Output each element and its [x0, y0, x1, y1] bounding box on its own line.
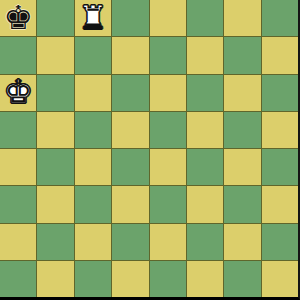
black-king[interactable]: ♚: [3, 1, 33, 34]
square-b7[interactable]: [37, 37, 73, 73]
square-a8[interactable]: ♚: [0, 0, 36, 36]
square-h5[interactable]: [262, 112, 298, 148]
square-f3[interactable]: [187, 186, 223, 222]
square-f8[interactable]: [187, 0, 223, 36]
square-a7[interactable]: [0, 37, 36, 73]
square-d7[interactable]: [112, 37, 148, 73]
square-e1[interactable]: [150, 261, 186, 297]
square-b3[interactable]: [37, 186, 73, 222]
square-d3[interactable]: [112, 186, 148, 222]
square-h7[interactable]: [262, 37, 298, 73]
square-c2[interactable]: [75, 224, 111, 260]
square-e2[interactable]: [150, 224, 186, 260]
square-e4[interactable]: [150, 149, 186, 185]
square-b8[interactable]: [37, 0, 73, 36]
square-h6[interactable]: [262, 75, 298, 111]
white-king[interactable]: ♚: [3, 75, 33, 108]
square-c3[interactable]: [75, 186, 111, 222]
square-g2[interactable]: [224, 224, 260, 260]
square-f2[interactable]: [187, 224, 223, 260]
square-c6[interactable]: [75, 75, 111, 111]
square-a1[interactable]: [0, 261, 36, 297]
square-e5[interactable]: [150, 112, 186, 148]
square-g4[interactable]: [224, 149, 260, 185]
square-e6[interactable]: [150, 75, 186, 111]
square-b1[interactable]: [37, 261, 73, 297]
square-g8[interactable]: [224, 0, 260, 36]
square-f4[interactable]: [187, 149, 223, 185]
chess-board: ♚♜♚: [0, 0, 300, 300]
square-h2[interactable]: [262, 224, 298, 260]
square-d4[interactable]: [112, 149, 148, 185]
square-g6[interactable]: [224, 75, 260, 111]
square-a6[interactable]: ♚: [0, 75, 36, 111]
square-f7[interactable]: [187, 37, 223, 73]
square-a4[interactable]: [0, 149, 36, 185]
square-g3[interactable]: [224, 186, 260, 222]
square-b4[interactable]: [37, 149, 73, 185]
square-b2[interactable]: [37, 224, 73, 260]
square-g1[interactable]: [224, 261, 260, 297]
square-c7[interactable]: [75, 37, 111, 73]
square-d1[interactable]: [112, 261, 148, 297]
square-d6[interactable]: [112, 75, 148, 111]
square-f1[interactable]: [187, 261, 223, 297]
square-a2[interactable]: [0, 224, 36, 260]
square-f6[interactable]: [187, 75, 223, 111]
square-d5[interactable]: [112, 112, 148, 148]
chess-app: ♚♜♚: [0, 0, 300, 300]
square-c5[interactable]: [75, 112, 111, 148]
square-b6[interactable]: [37, 75, 73, 111]
square-e7[interactable]: [150, 37, 186, 73]
square-d2[interactable]: [112, 224, 148, 260]
square-a3[interactable]: [0, 186, 36, 222]
square-g7[interactable]: [224, 37, 260, 73]
square-a5[interactable]: [0, 112, 36, 148]
square-e8[interactable]: [150, 0, 186, 36]
square-b5[interactable]: [37, 112, 73, 148]
square-e3[interactable]: [150, 186, 186, 222]
square-c1[interactable]: [75, 261, 111, 297]
square-c8[interactable]: ♜: [75, 0, 111, 36]
square-h8[interactable]: [262, 0, 298, 36]
white-rook[interactable]: ♜: [78, 1, 108, 34]
square-d8[interactable]: [112, 0, 148, 36]
square-g5[interactable]: [224, 112, 260, 148]
square-f5[interactable]: [187, 112, 223, 148]
square-h3[interactable]: [262, 186, 298, 222]
square-c4[interactable]: [75, 149, 111, 185]
square-h1[interactable]: [262, 261, 298, 297]
square-h4[interactable]: [262, 149, 298, 185]
